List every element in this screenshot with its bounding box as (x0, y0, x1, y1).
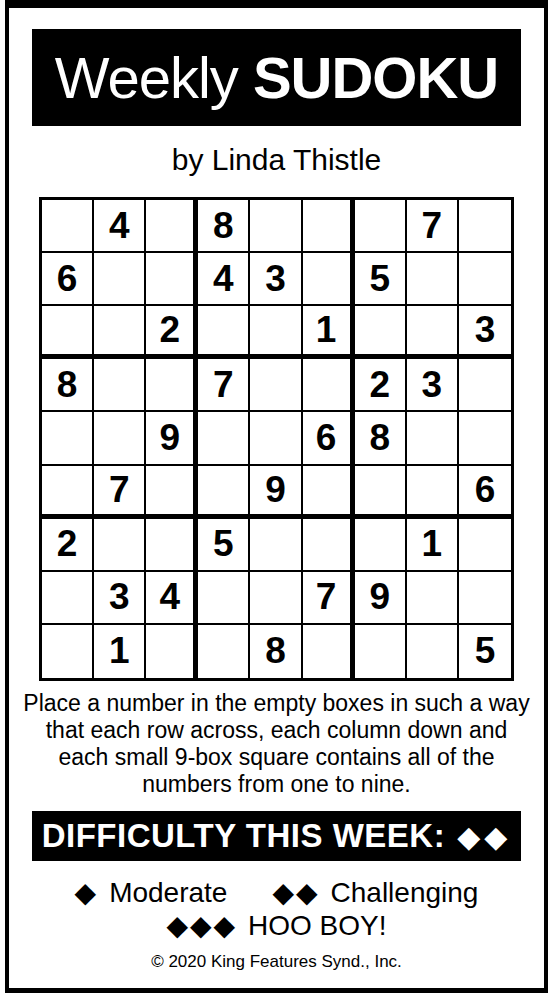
cell-r1c3[interactable] (146, 200, 198, 253)
cell-r3c7[interactable] (355, 306, 407, 359)
cell-r2c7: 5 (355, 253, 407, 306)
cell-r8c9[interactable] (459, 572, 511, 625)
diamond-icon: ◆ (75, 876, 99, 909)
cell-r3c9: 3 (459, 306, 511, 359)
difficulty-legend: ◆ Moderate ◆◆ Challenging ◆◆◆ HOO BOY! (0, 876, 553, 942)
cell-r5c6: 6 (303, 412, 355, 465)
legend-row-1: ◆ Moderate ◆◆ Challenging (0, 876, 553, 909)
cell-r8c1[interactable] (42, 572, 94, 625)
cell-r9c9: 5 (459, 625, 511, 678)
cell-r6c1[interactable] (42, 466, 94, 519)
puzzle-page: Weekly SUDOKU by Linda Thistle 487643521… (0, 0, 553, 1000)
cell-r4c7: 2 (355, 359, 407, 412)
cell-r5c8[interactable] (407, 412, 459, 465)
cell-r7c9[interactable] (459, 519, 511, 572)
cell-r6c5: 9 (250, 466, 302, 519)
difficulty-diamonds-icon: ◆◆ (457, 819, 511, 854)
cell-r7c1: 2 (42, 519, 94, 572)
cell-r1c7[interactable] (355, 200, 407, 253)
cell-r4c6[interactable] (303, 359, 355, 412)
title-sudoku: SUDOKU (253, 44, 498, 111)
cell-r4c9[interactable] (459, 359, 511, 412)
cell-r3c8[interactable] (407, 306, 459, 359)
cell-r5c9[interactable] (459, 412, 511, 465)
cell-r7c6[interactable] (303, 519, 355, 572)
cell-r9c4[interactable] (198, 625, 250, 678)
legend-row-2: ◆◆◆ HOO BOY! (0, 909, 553, 942)
legend-item-moderate: ◆ Moderate (75, 876, 228, 909)
cell-r6c9: 6 (459, 466, 511, 519)
cell-r5c4[interactable] (198, 412, 250, 465)
cell-r8c3: 4 (146, 572, 198, 625)
cell-r5c1[interactable] (42, 412, 94, 465)
cell-r7c3[interactable] (146, 519, 198, 572)
cell-r7c4: 5 (198, 519, 250, 572)
cell-r9c5: 8 (250, 625, 302, 678)
cell-r9c6[interactable] (303, 625, 355, 678)
diamond-icon: ◆◆ (272, 876, 319, 909)
cell-r7c2[interactable] (94, 519, 146, 572)
cell-r2c6[interactable] (303, 253, 355, 306)
cell-r4c5[interactable] (250, 359, 302, 412)
cell-r5c7: 8 (355, 412, 407, 465)
cell-r3c1[interactable] (42, 306, 94, 359)
instructions: Place a number in the empty boxes in suc… (0, 690, 553, 798)
cell-r9c3[interactable] (146, 625, 198, 678)
sudoku-grid: 487643521387239687962513479185 (39, 197, 514, 681)
cell-r8c2: 3 (94, 572, 146, 625)
cell-r1c2: 4 (94, 200, 146, 253)
instruction-line: numbers from one to nine. (0, 771, 553, 798)
legend-label-challenging: Challenging (331, 876, 479, 909)
cell-r1c5[interactable] (250, 200, 302, 253)
cell-r2c5: 3 (250, 253, 302, 306)
instruction-line: each small 9-box square contains all of … (0, 744, 553, 771)
instruction-line: Place a number in the empty boxes in suc… (0, 690, 553, 717)
cell-r6c6[interactable] (303, 466, 355, 519)
cell-r2c2[interactable] (94, 253, 146, 306)
cell-r1c9[interactable] (459, 200, 511, 253)
cell-r8c8[interactable] (407, 572, 459, 625)
legend-label-moderate: Moderate (109, 876, 227, 909)
cell-r6c3[interactable] (146, 466, 198, 519)
cell-r5c3: 9 (146, 412, 198, 465)
cell-r9c7[interactable] (355, 625, 407, 678)
cell-r1c1[interactable] (42, 200, 94, 253)
cell-r9c8[interactable] (407, 625, 459, 678)
copyright: © 2020 King Features Synd., Inc. (0, 952, 553, 972)
cell-r3c2[interactable] (94, 306, 146, 359)
title-bar: Weekly SUDOKU (32, 29, 521, 126)
cell-r2c1: 6 (42, 253, 94, 306)
cell-r6c7[interactable] (355, 466, 407, 519)
difficulty-label: DIFFICULTY THIS WEEK: (42, 817, 445, 855)
cell-r6c2: 7 (94, 466, 146, 519)
cell-r8c7: 9 (355, 572, 407, 625)
cell-r1c8: 7 (407, 200, 459, 253)
cell-r3c4[interactable] (198, 306, 250, 359)
cell-r8c5[interactable] (250, 572, 302, 625)
cell-r4c3[interactable] (146, 359, 198, 412)
diamond-icon: ◆◆◆ (166, 909, 237, 942)
cell-r1c6[interactable] (303, 200, 355, 253)
legend-item-hoo-boy: ◆◆◆ HOO BOY! (166, 909, 386, 942)
cell-r1c4: 8 (198, 200, 250, 253)
cell-r2c8[interactable] (407, 253, 459, 306)
cell-r5c2[interactable] (94, 412, 146, 465)
cell-r3c6: 1 (303, 306, 355, 359)
cell-r3c3: 2 (146, 306, 198, 359)
cell-r7c7[interactable] (355, 519, 407, 572)
cell-r4c8: 3 (407, 359, 459, 412)
title-weekly: Weekly (55, 44, 238, 111)
cell-r6c8[interactable] (407, 466, 459, 519)
cell-r8c6: 7 (303, 572, 355, 625)
cell-r8c4[interactable] (198, 572, 250, 625)
cell-r4c4: 7 (198, 359, 250, 412)
legend-label-hoo-boy: HOO BOY! (248, 909, 386, 942)
cell-r7c8: 1 (407, 519, 459, 572)
cell-r5c5[interactable] (250, 412, 302, 465)
cell-r4c2[interactable] (94, 359, 146, 412)
cell-r4c1: 8 (42, 359, 94, 412)
cell-r9c2: 1 (94, 625, 146, 678)
legend-item-challenging: ◆◆ Challenging (272, 876, 478, 909)
cell-r3c5[interactable] (250, 306, 302, 359)
cell-r2c4: 4 (198, 253, 250, 306)
cell-r9c1[interactable] (42, 625, 94, 678)
cell-r2c3[interactable] (146, 253, 198, 306)
instruction-line: that each row across, each column down a… (0, 717, 553, 744)
byline: by Linda Thistle (0, 136, 553, 184)
cell-r7c5[interactable] (250, 519, 302, 572)
cell-r2c9[interactable] (459, 253, 511, 306)
cell-r6c4[interactable] (198, 466, 250, 519)
difficulty-bar: DIFFICULTY THIS WEEK: ◆◆ (32, 811, 521, 861)
